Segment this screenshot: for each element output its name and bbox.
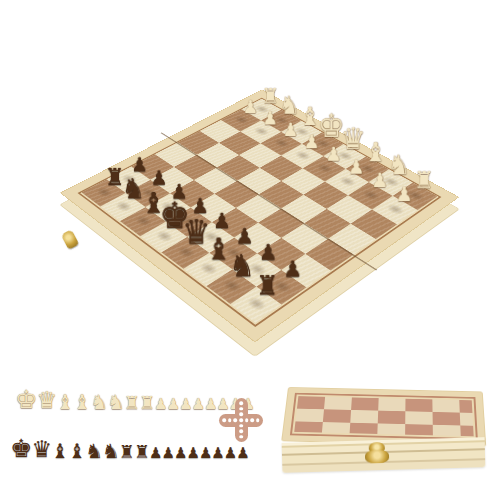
piece-tray: ♚♛♝♝♞♞♜♜♟♟♟♟♟♟♟♟ ♚♛♝♝♞♞♜♜♟♟♟♟♟♟♟♟ [10, 370, 228, 461]
white-pawn: ♟ [179, 397, 191, 412]
black-rook: ♜ [119, 443, 134, 461]
white-pawn-glyph: ♟ [348, 159, 365, 178]
black-rook-piece: ♜ [82, 179, 126, 206]
plus-dot [239, 435, 243, 439]
white-pawn-glyph: ♟ [371, 172, 388, 191]
square-a2: ♟ [372, 196, 418, 225]
black-pawn: ♟ [211, 446, 223, 461]
box-checker-pattern [294, 396, 473, 436]
box-top-checkerboard [282, 388, 485, 446]
white-pawn-glyph: ♟ [262, 110, 277, 127]
black-knight: ♞ [85, 441, 102, 461]
box-front-face [282, 437, 486, 473]
plus-dot [239, 407, 243, 411]
black-bishop: ♝ [51, 441, 68, 461]
box-top-border-line [290, 393, 478, 440]
black-pawn: ♟ [199, 446, 211, 461]
black-pawn: ♟ [224, 446, 236, 461]
black-pawn-glyph: ♟ [235, 227, 253, 247]
plus-dot [239, 401, 243, 405]
white-pawn-glyph: ♟ [304, 134, 320, 152]
white-queen-glyph: ♛ [341, 125, 366, 153]
white-rook: ♜ [124, 394, 139, 412]
plus-dot [256, 418, 260, 422]
product-photo: ♜♞♝♛♚♝♞♜♟♟♟♟♟♟♟♟♟♟♟♟♟♟♟♟♜♞♝♛♚♝♞♜ ♚♛♝♝♞♞♜… [0, 0, 500, 500]
plus-dot [245, 418, 249, 422]
black-bishop: ♝ [68, 441, 85, 461]
black-king: ♚ [10, 436, 31, 461]
white-knight: ♞ [90, 392, 107, 412]
square-d5 [236, 194, 281, 222]
white-pawn: ♟ [191, 397, 203, 412]
black-pawn: ♟ [174, 446, 186, 461]
white-bishop: ♝ [73, 392, 90, 412]
chess-board-frame: ♜♞♝♛♚♝♞♜♟♟♟♟♟♟♟♟♟♟♟♟♟♟♟♟♜♞♝♛♚♝♞♜ [60, 89, 460, 342]
white-bishop-glyph: ♝ [365, 140, 388, 165]
black-queen: ♛ [31, 438, 51, 461]
black-pawn: ♟ [186, 446, 198, 461]
white-rook: ♜ [139, 394, 154, 412]
black-pieces-row: ♚♛♝♝♞♞♜♜♟♟♟♟♟♟♟♟ [10, 417, 228, 461]
white-pawn: ♟ [167, 397, 179, 412]
black-knight: ♞ [102, 441, 119, 461]
black-pawn: ♟ [149, 446, 161, 461]
white-pieces-row: ♚♛♝♝♞♞♜♜♟♟♟♟♟♟♟♟ [15, 370, 228, 412]
white-pawn-piece: ♟ [372, 196, 418, 225]
white-rook-glyph: ♜ [261, 86, 279, 106]
white-pawn-glyph: ♟ [283, 122, 299, 140]
white-pawn-glyph: ♟ [243, 99, 258, 116]
box-clasp-icon [365, 442, 390, 467]
plus-dot [250, 418, 254, 422]
plus-dot [234, 418, 238, 422]
plus-icon [219, 398, 263, 442]
black-knight-glyph: ♞ [230, 252, 256, 281]
plus-dot [239, 413, 243, 417]
closed-chess-box [282, 381, 485, 473]
white-knight: ♞ [107, 392, 124, 412]
white-pawn-glyph: ♟ [396, 185, 413, 204]
plus-dot [239, 429, 243, 433]
chess-board: ♜♞♝♛♚♝♞♜♟♟♟♟♟♟♟♟♟♟♟♟♟♟♟♟♜♞♝♛♚♝♞♜ [83, 99, 438, 322]
white-rook-glyph: ♜ [414, 169, 434, 192]
black-pawn: ♟ [162, 446, 174, 461]
white-pawn-glyph: ♟ [325, 146, 341, 164]
white-bishop: ♝ [56, 392, 73, 412]
white-king: ♚ [15, 387, 36, 412]
white-queen: ♛ [36, 389, 56, 412]
square-h8: ♜ [82, 179, 126, 206]
plus-dot [222, 418, 226, 422]
black-pawn-glyph: ♟ [213, 212, 231, 232]
white-pawn: ♟ [204, 397, 216, 412]
black-pawn-glyph: ♟ [283, 260, 302, 281]
black-rook: ♜ [134, 443, 149, 461]
plus-dot [239, 424, 243, 428]
black-pawn: ♟ [236, 446, 248, 461]
white-knight-glyph: ♞ [388, 153, 411, 179]
plus-dot [228, 418, 232, 422]
black-pawn-glyph: ♟ [259, 243, 277, 264]
white-pawn: ♟ [154, 397, 166, 412]
plus-dot [239, 418, 243, 422]
board-border-line: ♜♞♝♛♚♝♞♜♟♟♟♟♟♟♟♟♟♟♟♟♟♟♟♟♜♞♝♛♚♝♞♜ [77, 98, 441, 327]
white-knight-glyph: ♞ [279, 94, 300, 118]
open-chess-board-scene: ♜♞♝♛♚♝♞♜♟♟♟♟♟♟♟♟♟♟♟♟♟♟♟♟♜♞♝♛♚♝♞♜ [102, 38, 416, 352]
board-latch-clasp-icon [61, 229, 80, 250]
black-rook-glyph: ♜ [256, 273, 279, 299]
